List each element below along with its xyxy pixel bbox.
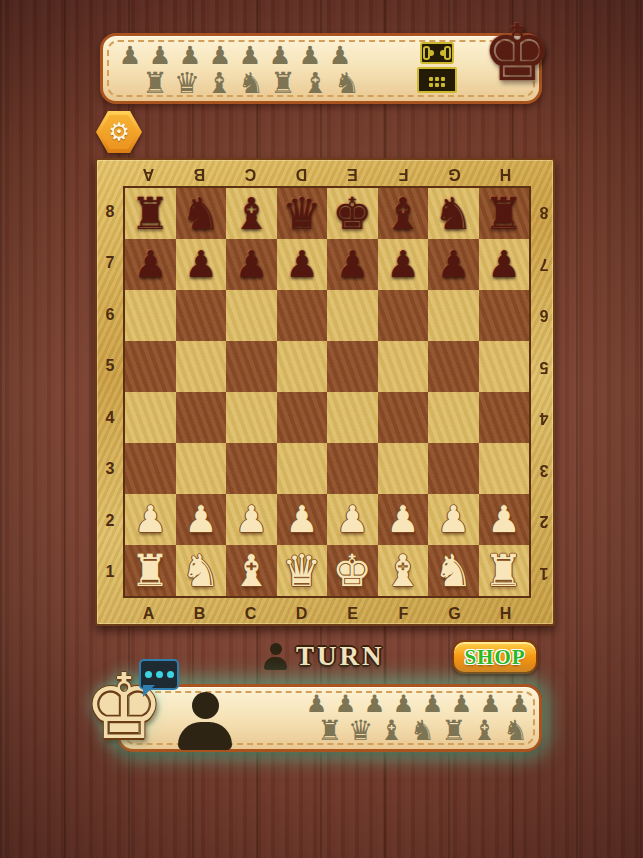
player-avatar-icon [178, 692, 232, 750]
square-a7[interactable]: ♟ [125, 239, 176, 290]
bishop-silhouette-icon: ♝ [203, 69, 235, 98]
white-pawn[interactable]: ♟ [184, 501, 217, 538]
square-h4[interactable] [479, 392, 530, 443]
pawn-silhouette-icon: ♟ [205, 43, 235, 68]
coordinate-label: 3 [531, 444, 557, 496]
square-a4[interactable] [125, 392, 176, 443]
black-knight[interactable]: ♞ [434, 192, 473, 236]
coordinate-label: 1 [97, 547, 123, 599]
black-pawn[interactable]: ♟ [386, 246, 419, 283]
coordinate-label: C [225, 606, 276, 622]
coordinate-label: 2 [97, 495, 123, 547]
pawn-silhouette-icon: ♟ [115, 43, 145, 68]
turn-label: TURN [296, 641, 385, 672]
square-f8[interactable]: ♝ [378, 188, 429, 239]
square-c8[interactable]: ♝ [226, 188, 277, 239]
square-f4[interactable] [378, 392, 429, 443]
square-d6[interactable] [277, 290, 328, 341]
coordinate-label: D [276, 606, 327, 622]
rook-silhouette-icon: ♜ [314, 717, 345, 745]
robot-body [417, 67, 457, 93]
board-squares: ♜♞♝♛♚♝♞♜♟♟♟♟♟♟♟♟♟♟♟♟♟♟♟♟♜♞♝♛♚♝♞♜ [123, 186, 531, 598]
coordinate-label: 6 [97, 289, 123, 341]
player-captured-tray-row2: ♜♛♝♞♜♝♞ [314, 717, 531, 745]
square-b3[interactable] [176, 443, 227, 494]
coordinate-label: 8 [97, 186, 123, 238]
square-d3[interactable] [277, 443, 328, 494]
coordinate-label: G [429, 166, 480, 182]
pawn-silhouette-icon: ♟ [265, 43, 295, 68]
knight-silhouette-icon: ♞ [331, 69, 363, 98]
square-h6[interactable] [479, 290, 530, 341]
black-pawn[interactable]: ♟ [134, 246, 167, 283]
black-pawn[interactable]: ♟ [184, 246, 217, 283]
pawn-silhouette-icon: ♟ [302, 692, 331, 716]
black-bishop[interactable]: ♝ [383, 192, 422, 236]
black-bishop[interactable]: ♝ [232, 192, 271, 236]
coordinate-label: 2 [531, 495, 557, 547]
square-a5[interactable] [125, 341, 176, 392]
square-d7[interactable]: ♟ [277, 239, 328, 290]
bishop-silhouette-icon: ♝ [376, 717, 407, 745]
coordinate-label: 5 [531, 341, 557, 393]
square-g8[interactable]: ♞ [428, 188, 479, 239]
pawn-silhouette-icon: ♟ [418, 692, 447, 716]
white-rook[interactable]: ♜ [484, 549, 523, 593]
coordinate-label: 6 [531, 289, 557, 341]
white-pawn[interactable]: ♟ [134, 501, 167, 538]
gear-icon: ⚙ [108, 120, 130, 144]
square-h5[interactable] [479, 341, 530, 392]
square-d8[interactable]: ♛ [277, 188, 328, 239]
coordinate-label: E [327, 166, 378, 182]
rank-labels-right: 87654321 [531, 186, 557, 598]
pawn-silhouette-icon: ♟ [331, 692, 360, 716]
white-knight[interactable]: ♞ [434, 549, 473, 593]
white-pawn[interactable]: ♟ [336, 501, 369, 538]
pawn-silhouette-icon: ♟ [175, 43, 205, 68]
coordinate-label: B [174, 166, 225, 182]
square-h8[interactable]: ♜ [479, 188, 530, 239]
game-screen: ♟♟♟♟♟♟♟♟ ♜♛♝♞♜♝♞ ♚ ⚙ ABCDEFGH ABCDEFGH 8… [0, 0, 643, 858]
player-captured-tray-row1: ♟♟♟♟♟♟♟♟ [302, 692, 534, 716]
bishop-silhouette-icon: ♝ [469, 717, 500, 745]
square-b2[interactable]: ♟ [176, 494, 227, 545]
file-labels-top: ABCDEFGH [123, 166, 531, 182]
square-e6[interactable] [327, 290, 378, 341]
chat-bubble-icon[interactable] [139, 659, 179, 690]
black-rook[interactable]: ♜ [131, 192, 170, 236]
square-e1[interactable]: ♚ [327, 545, 378, 596]
coordinate-label: B [174, 606, 225, 622]
square-c4[interactable] [226, 392, 277, 443]
black-queen[interactable]: ♛ [282, 192, 321, 236]
file-labels-bottom: ABCDEFGH [123, 606, 531, 622]
coordinate-label: F [378, 606, 429, 622]
square-f5[interactable] [378, 341, 429, 392]
coordinate-label: E [327, 606, 378, 622]
pawn-silhouette-icon: ♟ [476, 692, 505, 716]
coordinate-label: 4 [531, 392, 557, 444]
coordinate-label: H [480, 166, 531, 182]
square-c7[interactable]: ♟ [226, 239, 277, 290]
square-f1[interactable]: ♝ [378, 545, 429, 596]
square-a2[interactable]: ♟ [125, 494, 176, 545]
coordinate-label: 1 [531, 547, 557, 599]
coordinate-label: H [480, 606, 531, 622]
black-rook[interactable]: ♜ [484, 192, 523, 236]
square-g4[interactable] [428, 392, 479, 443]
black-pawn[interactable]: ♟ [336, 246, 369, 283]
white-queen[interactable]: ♛ [282, 549, 321, 593]
coordinate-label: 3 [97, 444, 123, 496]
white-bishop[interactable]: ♝ [232, 549, 271, 593]
pawn-silhouette-icon: ♟ [295, 43, 325, 68]
square-b5[interactable] [176, 341, 227, 392]
rook-silhouette-icon: ♜ [267, 69, 299, 98]
square-c2[interactable]: ♟ [226, 494, 277, 545]
square-f2[interactable]: ♟ [378, 494, 429, 545]
square-d5[interactable] [277, 341, 328, 392]
coordinate-label: 5 [97, 341, 123, 393]
square-b4[interactable] [176, 392, 227, 443]
settings-button[interactable]: ⚙ [96, 111, 142, 153]
square-c1[interactable]: ♝ [226, 545, 277, 596]
square-b1[interactable]: ♞ [176, 545, 227, 596]
square-c3[interactable] [226, 443, 277, 494]
square-h2[interactable]: ♟ [479, 494, 530, 545]
square-d4[interactable] [277, 392, 328, 443]
square-c6[interactable] [226, 290, 277, 341]
black-knight[interactable]: ♞ [181, 192, 220, 236]
knight-silhouette-icon: ♞ [500, 717, 531, 745]
queen-silhouette-icon: ♛ [345, 717, 376, 745]
pawn-silhouette-icon: ♟ [505, 692, 534, 716]
pawn-silhouette-icon: ♟ [389, 692, 418, 716]
pawn-silhouette-icon: ♟ [360, 692, 389, 716]
shop-button-label: SHOP [464, 645, 525, 670]
opponent-panel: ♟♟♟♟♟♟♟♟ ♜♛♝♞♜♝♞ [100, 33, 542, 104]
white-pawn[interactable]: ♟ [235, 501, 268, 538]
shop-button[interactable]: SHOP [452, 640, 538, 674]
rook-silhouette-icon: ♜ [139, 69, 171, 98]
black-pawn[interactable]: ♟ [285, 246, 318, 283]
robot-head [420, 42, 454, 64]
turn-person-icon [264, 643, 287, 670]
white-pawn[interactable]: ♟ [487, 501, 520, 538]
white-knight[interactable]: ♞ [181, 549, 220, 593]
pawn-silhouette-icon: ♟ [145, 43, 175, 68]
queen-silhouette-icon: ♛ [171, 69, 203, 98]
chess-board: ABCDEFGH ABCDEFGH 87654321 87654321 ♜♞♝♛… [95, 158, 555, 626]
square-g7[interactable]: ♟ [428, 239, 479, 290]
black-pawn[interactable]: ♟ [437, 246, 470, 283]
coordinate-label: A [123, 606, 174, 622]
square-d1[interactable]: ♛ [277, 545, 328, 596]
square-c5[interactable] [226, 341, 277, 392]
black-king[interactable]: ♚ [333, 192, 372, 236]
white-pawn[interactable]: ♟ [437, 501, 470, 538]
square-a8[interactable]: ♜ [125, 188, 176, 239]
square-f6[interactable] [378, 290, 429, 341]
square-e4[interactable] [327, 392, 378, 443]
square-h3[interactable] [479, 443, 530, 494]
square-d2[interactable]: ♟ [277, 494, 328, 545]
square-e3[interactable] [327, 443, 378, 494]
pawn-silhouette-icon: ♟ [235, 43, 265, 68]
square-e5[interactable] [327, 341, 378, 392]
pawn-silhouette-icon: ♟ [325, 43, 355, 68]
square-e7[interactable]: ♟ [327, 239, 378, 290]
white-rook[interactable]: ♜ [131, 549, 170, 593]
white-pawn[interactable]: ♟ [386, 501, 419, 538]
coordinate-label: F [378, 166, 429, 182]
coordinate-label: 8 [531, 186, 557, 238]
square-b6[interactable] [176, 290, 227, 341]
coordinate-label: 7 [97, 238, 123, 290]
square-a3[interactable] [125, 443, 176, 494]
rank-labels-left: 87654321 [97, 186, 123, 598]
white-bishop[interactable]: ♝ [383, 549, 422, 593]
rook-silhouette-icon: ♜ [438, 717, 469, 745]
square-h1[interactable]: ♜ [479, 545, 530, 596]
coordinate-label: 7 [531, 238, 557, 290]
opponent-captured-tray-row1: ♟♟♟♟♟♟♟♟ [115, 43, 355, 68]
square-b8[interactable]: ♞ [176, 188, 227, 239]
player-panel: ♟♟♟♟♟♟♟♟ ♜♛♝♞♜♝♞ [117, 684, 542, 752]
opponent-captured-tray-row2: ♜♛♝♞♜♝♞ [139, 69, 363, 98]
coordinate-label: C [225, 166, 276, 182]
square-e8[interactable]: ♚ [327, 188, 378, 239]
coordinate-label: G [429, 606, 480, 622]
square-g3[interactable] [428, 443, 479, 494]
knight-silhouette-icon: ♞ [235, 69, 267, 98]
bishop-silhouette-icon: ♝ [299, 69, 331, 98]
pawn-silhouette-icon: ♟ [447, 692, 476, 716]
square-f7[interactable]: ♟ [378, 239, 429, 290]
black-pawn[interactable]: ♟ [487, 246, 520, 283]
white-pawn[interactable]: ♟ [285, 501, 318, 538]
square-f3[interactable] [378, 443, 429, 494]
square-a1[interactable]: ♜ [125, 545, 176, 596]
coordinate-label: D [276, 166, 327, 182]
white-king[interactable]: ♚ [333, 549, 372, 593]
square-b7[interactable]: ♟ [176, 239, 227, 290]
coordinate-label: 4 [97, 392, 123, 444]
robot-icon [413, 42, 461, 98]
square-g5[interactable] [428, 341, 479, 392]
knight-silhouette-icon: ♞ [407, 717, 438, 745]
square-h7[interactable]: ♟ [479, 239, 530, 290]
square-g1[interactable]: ♞ [428, 545, 479, 596]
coordinate-label: A [123, 166, 174, 182]
square-e2[interactable]: ♟ [327, 494, 378, 545]
square-g6[interactable] [428, 290, 479, 341]
square-a6[interactable] [125, 290, 176, 341]
black-pawn[interactable]: ♟ [235, 246, 268, 283]
square-g2[interactable]: ♟ [428, 494, 479, 545]
opponent-avatar-black-king: ♚ [482, 14, 552, 92]
